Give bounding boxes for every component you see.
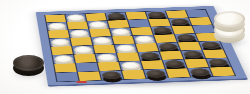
white-checker[interactable] — [121, 62, 142, 70]
square[interactable] — [128, 19, 150, 27]
square[interactable] — [122, 70, 146, 79]
square[interactable] — [47, 22, 68, 30]
square[interactable] — [70, 37, 92, 46]
square[interactable] — [178, 42, 201, 51]
square[interactable] — [76, 63, 99, 72]
white-checker[interactable] — [134, 35, 154, 43]
square[interactable] — [133, 35, 156, 43]
square[interactable] — [110, 28, 132, 36]
square[interactable] — [69, 29, 90, 37]
white-checker[interactable] — [66, 14, 85, 21]
black-checker[interactable] — [182, 51, 203, 59]
square[interactable] — [138, 52, 161, 61]
white-checker[interactable] — [51, 38, 70, 46]
black-checker[interactable] — [208, 58, 230, 66]
square[interactable] — [89, 29, 111, 37]
black-checker[interactable] — [170, 18, 190, 25]
square[interactable] — [117, 52, 140, 61]
square[interactable] — [48, 30, 69, 38]
square[interactable] — [54, 63, 76, 72]
square[interactable] — [67, 21, 88, 29]
square[interactable] — [87, 21, 108, 29]
white-checker[interactable] — [92, 37, 112, 45]
square[interactable] — [53, 55, 75, 64]
black-checker-offboard[interactable] — [13, 55, 44, 77]
square[interactable] — [210, 67, 235, 76]
square[interactable] — [50, 38, 72, 47]
captured-black-piece[interactable] — [13, 55, 45, 77]
black-checker[interactable] — [147, 11, 167, 18]
square[interactable] — [148, 19, 170, 27]
checker-top — [13, 55, 44, 71]
square[interactable] — [154, 34, 177, 42]
square[interactable] — [98, 62, 121, 71]
square[interactable] — [141, 60, 165, 69]
square[interactable] — [56, 72, 79, 81]
white-checker[interactable] — [54, 55, 74, 63]
square[interactable] — [160, 51, 183, 60]
square[interactable] — [74, 54, 96, 63]
black-checker[interactable] — [164, 60, 185, 68]
white-checker[interactable] — [70, 30, 89, 37]
black-checker[interactable] — [145, 70, 166, 78]
square[interactable] — [192, 25, 215, 33]
captured-white-stack[interactable] — [214, 11, 246, 44]
square[interactable] — [119, 61, 142, 70]
square[interactable] — [163, 60, 187, 69]
square[interactable] — [131, 27, 153, 35]
square[interactable] — [188, 68, 213, 77]
checkers-photo-scene — [0, 0, 250, 94]
square[interactable] — [136, 43, 159, 52]
black-checker[interactable] — [140, 52, 161, 60]
square[interactable] — [206, 58, 230, 67]
square[interactable] — [181, 50, 205, 59]
square[interactable] — [169, 18, 191, 26]
white-checker[interactable] — [73, 46, 93, 54]
square[interactable] — [172, 26, 195, 34]
black-checker[interactable] — [101, 71, 122, 79]
black-checker[interactable] — [189, 68, 211, 76]
square[interactable] — [185, 59, 209, 68]
square[interactable] — [189, 17, 212, 25]
board-perspective-wrap — [36, 6, 217, 92]
white-checker[interactable] — [88, 21, 107, 28]
square[interactable] — [93, 45, 115, 54]
square[interactable] — [95, 53, 118, 62]
black-checker[interactable] — [107, 13, 126, 20]
checker-top — [214, 11, 245, 27]
square[interactable] — [175, 34, 198, 42]
square[interactable] — [203, 49, 227, 58]
square[interactable] — [100, 71, 123, 80]
square[interactable] — [157, 42, 180, 51]
square[interactable] — [51, 46, 73, 55]
square[interactable] — [91, 37, 113, 45]
white-checker[interactable] — [111, 28, 131, 35]
white-checker[interactable] — [48, 23, 67, 30]
square[interactable] — [144, 69, 168, 78]
white-checker-offboard[interactable] — [214, 11, 245, 33]
white-checker[interactable] — [97, 54, 117, 62]
black-checker[interactable] — [152, 27, 172, 34]
square[interactable] — [151, 26, 173, 34]
square[interactable] — [115, 44, 138, 53]
square[interactable] — [166, 68, 190, 77]
square[interactable] — [78, 71, 101, 80]
square[interactable] — [112, 36, 134, 44]
black-checker[interactable] — [176, 34, 197, 42]
board-grid — [44, 9, 236, 82]
white-checker[interactable] — [116, 44, 136, 52]
black-checker[interactable] — [158, 43, 179, 51]
square[interactable] — [72, 45, 94, 54]
square[interactable] — [108, 20, 130, 28]
brand-mark — [76, 81, 87, 84]
